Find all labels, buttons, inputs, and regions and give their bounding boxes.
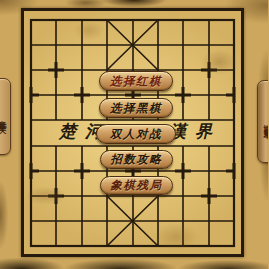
menu-button-select-black[interactable]: 选择黑棋: [99, 98, 173, 118]
menu-button-two-player[interactable]: 双人对战: [96, 124, 176, 144]
menu-button-endgame[interactable]: 象棋残局: [100, 176, 173, 195]
menu-button-label-2: 选择黑棋: [110, 101, 162, 116]
menu-button-label-4: 招数攻略: [111, 152, 163, 167]
side-tab-back-menu[interactable]: 返回菜单: [257, 80, 268, 163]
menu-button-select-red[interactable]: 选择红棋: [99, 71, 173, 91]
menu-button-label-5: 象棋残局: [111, 178, 163, 193]
side-tab-back-label: 返回菜单: [263, 118, 269, 126]
river-label-han: 漢界: [169, 121, 221, 143]
menu-button-strategy-guide[interactable]: 招数攻略: [100, 150, 173, 169]
side-tab-music-label: 音乐开关: [0, 113, 6, 121]
menu-button-label-1: 选择红棋: [110, 74, 162, 89]
side-tab-music-toggle[interactable]: 音乐开关: [0, 78, 11, 155]
menu-button-label-3: 双人对战: [110, 127, 162, 142]
